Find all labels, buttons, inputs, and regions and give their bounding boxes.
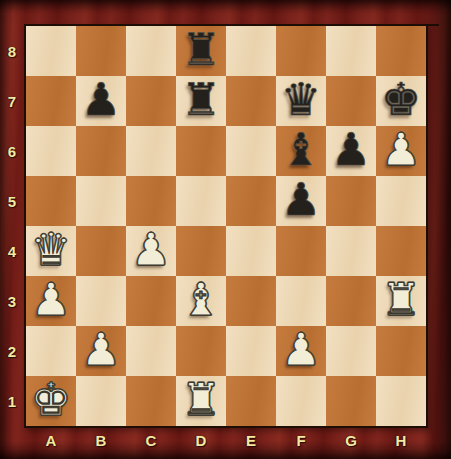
square-e5[interactable] (226, 176, 276, 226)
square-d4[interactable] (176, 226, 226, 276)
file-label-e: E (226, 428, 276, 452)
black-bishop-f6[interactable]: ♝ (281, 125, 321, 175)
square-f2[interactable]: ♟ (276, 326, 326, 376)
square-c7[interactable] (126, 76, 176, 126)
rank-labels: 87654321 (0, 26, 24, 426)
rank-label-4: 4 (0, 226, 24, 276)
square-g6[interactable]: ♟ (326, 126, 376, 176)
square-a7[interactable] (26, 76, 76, 126)
square-b1[interactable] (76, 376, 126, 426)
white-pawn-f2[interactable]: ♟ (281, 325, 321, 375)
square-e7[interactable] (226, 76, 276, 126)
rank-label-8: 8 (0, 26, 24, 76)
square-g4[interactable] (326, 226, 376, 276)
square-a3[interactable]: ♟ (26, 276, 76, 326)
file-label-c: C (126, 428, 176, 452)
rank-label-3: 3 (0, 276, 24, 326)
square-b4[interactable] (76, 226, 126, 276)
file-label-d: D (176, 428, 226, 452)
square-c4[interactable]: ♟ (126, 226, 176, 276)
square-f7[interactable]: ♛ (276, 76, 326, 126)
square-b7[interactable]: ♟ (76, 76, 126, 126)
file-label-b: B (76, 428, 126, 452)
square-f3[interactable] (276, 276, 326, 326)
square-h3[interactable]: ♜ (376, 276, 426, 326)
rank-label-2: 2 (0, 326, 24, 376)
square-c6[interactable] (126, 126, 176, 176)
square-h4[interactable] (376, 226, 426, 276)
black-queen-f7[interactable]: ♛ (281, 75, 321, 125)
black-pawn-f5[interactable]: ♟ (281, 175, 321, 225)
chess-board[interactable]: ♜♟♜♛♚♝♟♟♟♛♟♟♝♜♟♟♚♜ (24, 24, 428, 428)
square-d7[interactable]: ♜ (176, 76, 226, 126)
square-b5[interactable] (76, 176, 126, 226)
black-pawn-b7[interactable]: ♟ (81, 75, 121, 125)
square-b3[interactable] (76, 276, 126, 326)
square-a2[interactable] (26, 326, 76, 376)
black-pawn-g6[interactable]: ♟ (331, 125, 371, 175)
square-f6[interactable]: ♝ (276, 126, 326, 176)
rank-label-6: 6 (0, 126, 24, 176)
rank-label-5: 5 (0, 176, 24, 226)
black-rook-d7[interactable]: ♜ (181, 75, 221, 125)
square-g2[interactable] (326, 326, 376, 376)
square-e8[interactable] (226, 26, 276, 76)
white-rook-h3[interactable]: ♜ (381, 275, 421, 325)
black-king-h7[interactable]: ♚ (381, 75, 421, 125)
square-e4[interactable] (226, 226, 276, 276)
square-a5[interactable] (26, 176, 76, 226)
square-a6[interactable] (26, 126, 76, 176)
white-pawn-a3[interactable]: ♟ (31, 275, 71, 325)
square-g7[interactable] (326, 76, 376, 126)
square-c5[interactable] (126, 176, 176, 226)
square-h5[interactable] (376, 176, 426, 226)
square-e2[interactable] (226, 326, 276, 376)
square-d5[interactable] (176, 176, 226, 226)
square-b6[interactable] (76, 126, 126, 176)
file-label-g: G (326, 428, 376, 452)
square-a8[interactable] (26, 26, 76, 76)
square-h2[interactable] (376, 326, 426, 376)
file-label-a: A (26, 428, 76, 452)
square-d1[interactable]: ♜ (176, 376, 226, 426)
square-g1[interactable] (326, 376, 376, 426)
square-f4[interactable] (276, 226, 326, 276)
square-d2[interactable] (176, 326, 226, 376)
white-pawn-h6[interactable]: ♟ (381, 125, 421, 175)
square-h8[interactable] (376, 26, 426, 76)
square-e3[interactable] (226, 276, 276, 326)
white-bishop-d3[interactable]: ♝ (181, 275, 221, 325)
square-g5[interactable] (326, 176, 376, 226)
black-rook-d8[interactable]: ♜ (181, 25, 221, 75)
rank-label-7: 7 (0, 76, 24, 126)
white-king-a1[interactable]: ♚ (31, 375, 71, 425)
file-labels: ABCDEFGH (26, 428, 426, 452)
square-e1[interactable] (226, 376, 276, 426)
white-pawn-c4[interactable]: ♟ (131, 225, 171, 275)
chess-diagram: 87654321 ♜♟♜♛♚♝♟♟♟♛♟♟♝♜♟♟♚♜ ABCDEFGH (0, 0, 451, 459)
square-g3[interactable] (326, 276, 376, 326)
square-c2[interactable] (126, 326, 176, 376)
square-h7[interactable]: ♚ (376, 76, 426, 126)
square-a4[interactable]: ♛ (26, 226, 76, 276)
square-f8[interactable] (276, 26, 326, 76)
square-c1[interactable] (126, 376, 176, 426)
square-h1[interactable] (376, 376, 426, 426)
square-c8[interactable] (126, 26, 176, 76)
white-queen-a4[interactable]: ♛ (31, 225, 71, 275)
white-rook-d1[interactable]: ♜ (181, 375, 221, 425)
square-c3[interactable] (126, 276, 176, 326)
square-f1[interactable] (276, 376, 326, 426)
square-b2[interactable]: ♟ (76, 326, 126, 376)
square-d6[interactable] (176, 126, 226, 176)
square-f5[interactable]: ♟ (276, 176, 326, 226)
square-a1[interactable]: ♚ (26, 376, 76, 426)
file-label-f: F (276, 428, 326, 452)
white-pawn-b2[interactable]: ♟ (81, 325, 121, 375)
square-e6[interactable] (226, 126, 276, 176)
rank-label-1: 1 (0, 376, 24, 426)
square-h6[interactable]: ♟ (376, 126, 426, 176)
square-d3[interactable]: ♝ (176, 276, 226, 326)
square-d8[interactable]: ♜ (176, 26, 226, 76)
square-b8[interactable] (76, 26, 126, 76)
board-top-rule (426, 24, 439, 26)
file-label-h: H (376, 428, 426, 452)
square-g8[interactable] (326, 26, 376, 76)
